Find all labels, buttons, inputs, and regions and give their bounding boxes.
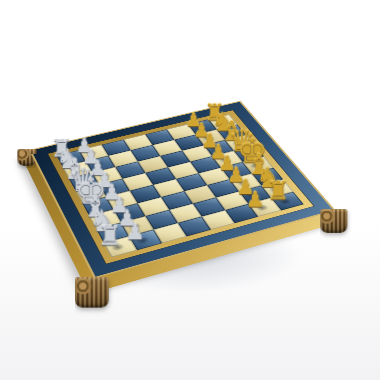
ionic-foot-front bbox=[75, 277, 109, 308]
gold-rook: ♜ bbox=[266, 178, 291, 204]
ionic-foot-left bbox=[17, 149, 36, 166]
square-e5 bbox=[176, 173, 207, 191]
square-f4 bbox=[161, 191, 193, 210]
gold-pawn: ♟ bbox=[243, 189, 268, 210]
ionic-foot-right bbox=[320, 209, 347, 233]
photo-background: ♜♞♝♛♚♝♞♜♟♟♟♟♟♟♟♟♟♟♟♟♟♟♟♟♜♞♝♛♚♝♞♜ bbox=[0, 0, 380, 380]
silver-rook: ♜ bbox=[97, 222, 123, 249]
silver-pawn: ♟ bbox=[122, 221, 148, 243]
